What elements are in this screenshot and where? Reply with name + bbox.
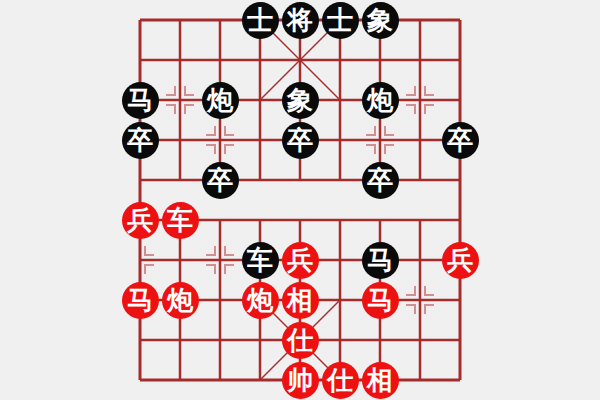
piece-red-advisor-1[interactable]: 仕	[282, 322, 319, 359]
piece-black-soldier-5[interactable]: 卒	[362, 162, 399, 199]
piece-red-advisor-2[interactable]: 仕	[322, 362, 359, 399]
piece-black-advisor-2[interactable]: 士	[322, 2, 359, 39]
piece-black-elephant-2[interactable]: 象	[282, 82, 319, 119]
piece-red-cannon-1[interactable]: 炮	[162, 282, 199, 319]
piece-black-soldier-4[interactable]: 卒	[202, 162, 239, 199]
piece-black-cannon-1[interactable]: 炮	[202, 82, 239, 119]
piece-black-advisor-1[interactable]: 士	[242, 2, 279, 39]
piece-black-soldier-2[interactable]: 卒	[282, 122, 319, 159]
piece-black-general[interactable]: 将	[282, 2, 319, 39]
piece-red-elephant-1[interactable]: 相	[282, 282, 319, 319]
piece-red-elephant-2[interactable]: 相	[362, 362, 399, 399]
piece-red-horse-1[interactable]: 马	[122, 282, 159, 319]
piece-red-chariot[interactable]: 车	[162, 202, 199, 239]
piece-black-horse-1[interactable]: 马	[122, 82, 159, 119]
piece-black-soldier-1[interactable]: 卒	[122, 122, 159, 159]
piece-black-elephant-1[interactable]: 象	[362, 2, 399, 39]
piece-red-soldier-3[interactable]: 兵	[442, 242, 479, 279]
piece-red-horse-2[interactable]: 马	[362, 282, 399, 319]
xiangqi-board[interactable]: 士将士象马炮象炮卒卒卒卒卒兵车车兵马兵马炮炮相马仕帅仕相	[0, 0, 600, 400]
piece-red-soldier-2[interactable]: 兵	[282, 242, 319, 279]
piece-red-cannon-2[interactable]: 炮	[242, 282, 279, 319]
piece-black-chariot[interactable]: 车	[242, 242, 279, 279]
piece-black-horse-2[interactable]: 马	[362, 242, 399, 279]
piece-red-soldier-1[interactable]: 兵	[122, 202, 159, 239]
piece-black-cannon-2[interactable]: 炮	[362, 82, 399, 119]
piece-red-general[interactable]: 帅	[282, 362, 319, 399]
piece-black-soldier-3[interactable]: 卒	[442, 122, 479, 159]
